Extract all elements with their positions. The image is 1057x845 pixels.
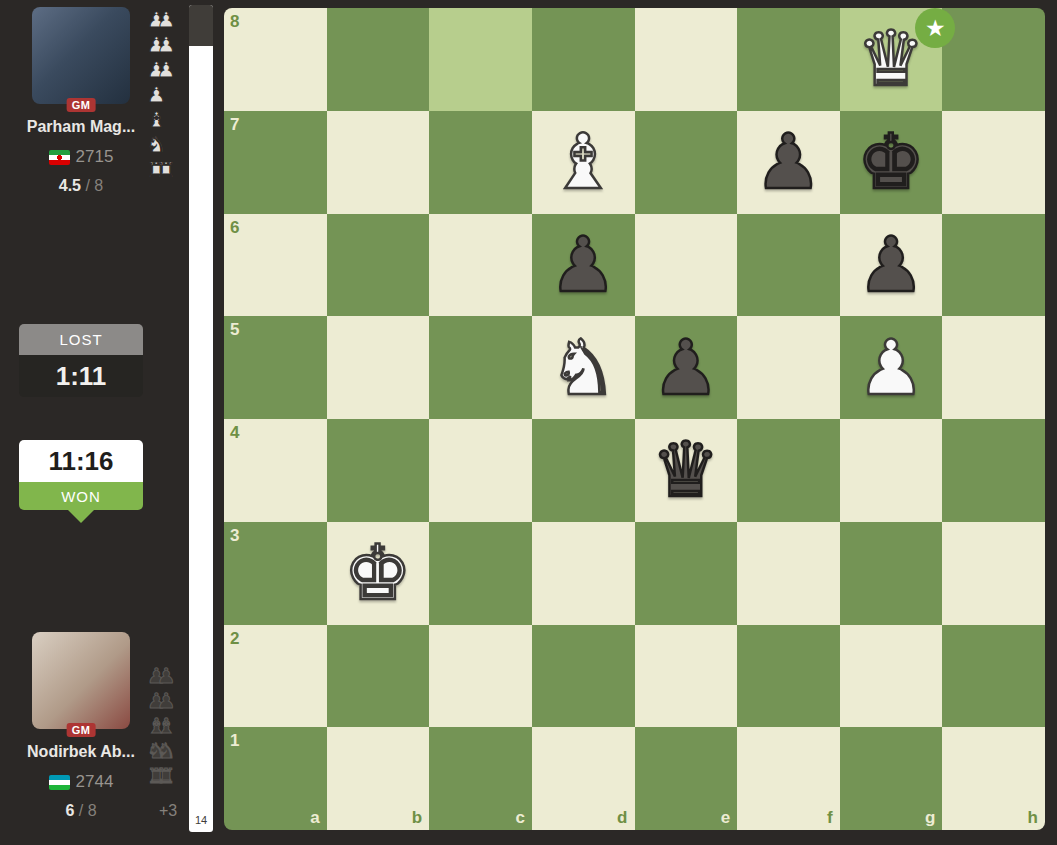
square-e1[interactable]: e xyxy=(635,727,738,830)
rank-label-8: 8 xyxy=(230,13,239,30)
player-meta-bottom: 2744 xyxy=(0,772,162,792)
square-d6[interactable]: ♟ xyxy=(532,214,635,317)
square-a6[interactable]: 6 xyxy=(224,214,327,317)
score-value: 4.5 xyxy=(59,177,81,194)
captured-pieces-top: ♟♟♟♟♟♟♟♝♞♜♜ xyxy=(147,8,189,183)
square-d3[interactable] xyxy=(532,522,635,625)
player-rating-top: 2715 xyxy=(76,147,114,167)
rank-label-1: 1 xyxy=(230,732,239,749)
captured-P-icon: ♟ xyxy=(157,666,176,687)
player-name-bottom[interactable]: Nodirbek Ab... xyxy=(0,743,162,761)
captured-P-icon: ♟ xyxy=(157,60,176,81)
square-d1[interactable]: d xyxy=(532,727,635,830)
captured-row: ♟♟ xyxy=(147,58,189,83)
captured-P-icon: ♟ xyxy=(147,85,166,106)
square-f4[interactable] xyxy=(737,419,840,522)
square-a5[interactable]: 5 xyxy=(224,316,327,419)
player-score-top: 4.5 / 8 xyxy=(0,177,162,195)
square-g5[interactable]: ♟ xyxy=(840,316,943,419)
square-g1[interactable]: g xyxy=(840,727,943,830)
piece-white-king-b3[interactable]: ♚ xyxy=(327,522,430,625)
result-badge-lost: LOST xyxy=(19,324,143,355)
rank-label-4: 4 xyxy=(230,424,239,441)
square-h7[interactable] xyxy=(942,111,1045,214)
square-b6[interactable] xyxy=(327,214,430,317)
rank-label-6: 6 xyxy=(230,219,239,236)
captured-row: ♞ xyxy=(147,133,189,158)
square-a7[interactable]: 7 xyxy=(224,111,327,214)
square-a3[interactable]: 3 xyxy=(224,522,327,625)
piece-black-pawn-e5[interactable]: ♟ xyxy=(635,316,738,419)
result-card-bottom: 11:16 WON xyxy=(19,440,143,523)
square-h2[interactable] xyxy=(942,625,1045,728)
captured-row: ♟♟ xyxy=(147,8,189,33)
square-d7[interactable]: ♝ xyxy=(532,111,635,214)
file-label-f: f xyxy=(827,809,833,826)
square-h8[interactable] xyxy=(942,8,1045,111)
square-e5[interactable]: ♟ xyxy=(635,316,738,419)
piece-white-pawn-g5[interactable]: ♟ xyxy=(840,316,943,419)
material-advantage: +3 xyxy=(146,802,190,820)
captured-row: ♟♟ xyxy=(147,664,189,689)
captured-row: ♜♜ xyxy=(147,764,189,789)
square-e4[interactable]: ♛ xyxy=(635,419,738,522)
square-g7[interactable]: ♚ xyxy=(840,111,943,214)
piece-white-knight-d5[interactable]: ♞ xyxy=(532,316,635,419)
captured-pieces-bottom: ♟♟♟♟♝♝♞♞♜♜ xyxy=(147,664,189,789)
file-label-g: g xyxy=(925,809,935,826)
clock-bottom: 11:16 xyxy=(19,440,143,482)
square-b1[interactable]: b xyxy=(327,727,430,830)
iran-flag-icon xyxy=(49,150,70,165)
won-pointer-tail xyxy=(68,510,94,523)
file-label-d: d xyxy=(617,809,627,826)
captured-P-icon: ♟ xyxy=(157,691,176,712)
square-d5[interactable]: ♞ xyxy=(532,316,635,419)
square-a2[interactable]: 2 xyxy=(224,625,327,728)
square-b4[interactable] xyxy=(327,419,430,522)
piece-black-pawn-f7[interactable]: ♟ xyxy=(737,111,840,214)
rank-label-7: 7 xyxy=(230,116,239,133)
file-label-b: b xyxy=(412,809,422,826)
score-total: / 8 xyxy=(85,177,103,194)
square-d2[interactable] xyxy=(532,625,635,728)
captured-row: ♞♞ xyxy=(147,739,189,764)
square-f6[interactable] xyxy=(737,214,840,317)
piece-black-pawn-g6[interactable]: ♟ xyxy=(840,214,943,317)
score-total: / 8 xyxy=(79,802,97,819)
rank-label-5: 5 xyxy=(230,321,239,338)
square-b7[interactable] xyxy=(327,111,430,214)
file-label-h: h xyxy=(1028,809,1038,826)
square-f2[interactable] xyxy=(737,625,840,728)
file-label-c: c xyxy=(515,809,524,826)
square-d8[interactable] xyxy=(532,8,635,111)
clock-top: 1:11 xyxy=(19,355,143,397)
square-f7[interactable]: ♟ xyxy=(737,111,840,214)
captured-row: ♜♜ xyxy=(147,158,189,183)
captured-row: ♟ xyxy=(147,83,189,108)
square-c4[interactable] xyxy=(429,419,532,522)
result-badge-won: WON xyxy=(19,482,143,510)
result-card-top: LOST 1:11 xyxy=(19,324,143,397)
square-a4[interactable]: 4 xyxy=(224,419,327,522)
score-value: 6 xyxy=(65,802,74,819)
rank-label-3: 3 xyxy=(230,527,239,544)
square-g2[interactable] xyxy=(840,625,943,728)
file-label-a: a xyxy=(310,809,319,826)
captured-row: ♟♟ xyxy=(147,689,189,714)
square-f1[interactable]: f xyxy=(737,727,840,830)
square-h4[interactable] xyxy=(942,419,1045,522)
square-e6[interactable] xyxy=(635,214,738,317)
square-d4[interactable] xyxy=(532,419,635,522)
square-h3[interactable] xyxy=(942,522,1045,625)
square-c8[interactable] xyxy=(429,8,532,111)
square-e8[interactable] xyxy=(635,8,738,111)
captured-row: ♝ xyxy=(147,108,189,133)
square-f3[interactable] xyxy=(737,522,840,625)
square-c3[interactable] xyxy=(429,522,532,625)
player-avatar-bottom[interactable]: GM xyxy=(32,632,130,729)
captured-N-icon: ♞ xyxy=(157,741,176,762)
file-label-e: e xyxy=(721,809,730,826)
square-g8[interactable]: ♛★ xyxy=(840,8,943,111)
captured-B-icon: ♝ xyxy=(157,716,176,737)
square-e3[interactable] xyxy=(635,522,738,625)
square-c1[interactable]: c xyxy=(429,727,532,830)
player-name-top[interactable]: Parham Mag... xyxy=(0,118,162,136)
square-e7[interactable] xyxy=(635,111,738,214)
square-b5[interactable] xyxy=(327,316,430,419)
square-f5[interactable] xyxy=(737,316,840,419)
captured-row: ♝♝ xyxy=(147,714,189,739)
square-e2[interactable] xyxy=(635,625,738,728)
chess-app: GM Parham Mag... 2715 4.5 / 8 ♟♟♟♟♟♟♟♝♞♜… xyxy=(0,0,1057,845)
captured-R-icon: ♜ xyxy=(157,160,176,181)
captured-R-icon: ♜ xyxy=(157,766,176,787)
square-a1[interactable]: 1a xyxy=(224,727,327,830)
square-f8[interactable] xyxy=(737,8,840,111)
piece-black-king-g7[interactable]: ♚ xyxy=(840,111,943,214)
square-a8[interactable]: 8 xyxy=(224,8,327,111)
player-meta-top: 2715 xyxy=(0,147,162,167)
square-c5[interactable] xyxy=(429,316,532,419)
square-b8[interactable] xyxy=(327,8,430,111)
evaluation-bar: 14 xyxy=(189,5,213,832)
uzbekistan-flag-icon xyxy=(49,775,70,790)
gm-title-badge: GM xyxy=(67,98,96,112)
square-h5[interactable] xyxy=(942,316,1045,419)
square-g4[interactable] xyxy=(840,419,943,522)
rank-label-2: 2 xyxy=(230,630,239,647)
piece-black-pawn-d6[interactable]: ♟ xyxy=(532,214,635,317)
eval-black-segment xyxy=(189,5,213,46)
player-score-bottom: 6 / 8 xyxy=(0,802,162,820)
player-rating-bottom: 2744 xyxy=(76,772,114,792)
eval-score: 14 xyxy=(189,814,213,826)
square-c6[interactable] xyxy=(429,214,532,317)
square-g6[interactable]: ♟ xyxy=(840,214,943,317)
square-g3[interactable] xyxy=(840,522,943,625)
square-b2[interactable] xyxy=(327,625,430,728)
square-c2[interactable] xyxy=(429,625,532,728)
sidebar: GM Parham Mag... 2715 4.5 / 8 ♟♟♟♟♟♟♟♝♞♜… xyxy=(0,0,189,845)
chess-board: 8♛★7♝♟♚6♟♟5♞♟♟4♛3♚21abcdefgh xyxy=(224,8,1045,830)
captured-B-icon: ♝ xyxy=(147,110,166,131)
captured-N-icon: ♞ xyxy=(147,135,166,156)
square-h1[interactable]: h xyxy=(942,727,1045,830)
player-avatar-top[interactable]: GM xyxy=(32,7,130,104)
captured-row: ♟♟ xyxy=(147,33,189,58)
square-c7[interactable] xyxy=(429,111,532,214)
captured-P-icon: ♟ xyxy=(157,10,176,31)
captured-P-icon: ♟ xyxy=(157,35,176,56)
square-b3[interactable]: ♚ xyxy=(327,522,430,625)
piece-black-queen-e4[interactable]: ♛ xyxy=(635,419,738,522)
gm-title-badge: GM xyxy=(67,723,96,737)
square-h6[interactable] xyxy=(942,214,1045,317)
piece-white-bishop-d7[interactable]: ♝ xyxy=(532,111,635,214)
